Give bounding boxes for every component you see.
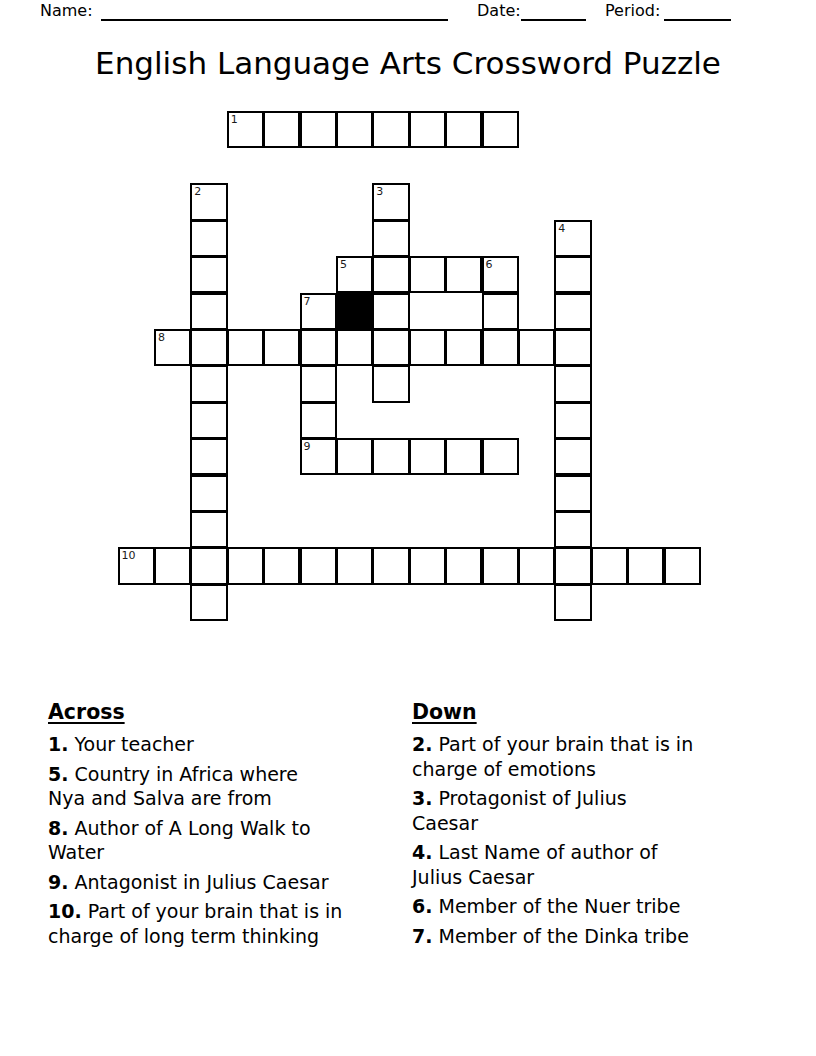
grid-cell-r6c4[interactable]	[263, 329, 300, 366]
grid-cell-r5c5[interactable]: 7	[300, 293, 337, 330]
grid-cell-r9c5[interactable]: 9	[300, 438, 337, 475]
grid-cell-r4c10[interactable]: 6	[482, 256, 519, 293]
grid-cell-r3c2[interactable]	[190, 220, 227, 257]
grid-cell-r9c2[interactable]	[190, 438, 227, 475]
grid-cell-r12c9[interactable]	[445, 547, 482, 584]
worksheet-page: Name: Date: Period: English Language Art…	[0, 0, 816, 1056]
grid-cell-r12c15[interactable]	[664, 547, 701, 584]
across-clue-1: 1. Your teacher	[48, 732, 423, 757]
grid-cell-r4c8[interactable]	[409, 256, 446, 293]
grid-cell-r7c12[interactable]	[554, 365, 591, 402]
grid-cell-r12c4[interactable]	[263, 547, 300, 584]
grid-cell-r12c10[interactable]	[482, 547, 519, 584]
clue-number-label: 1.	[48, 733, 68, 755]
grid-cell-r9c12[interactable]	[554, 438, 591, 475]
grid-cell-r6c11[interactable]	[518, 329, 555, 366]
grid-cell-r2c2[interactable]: 2	[190, 183, 227, 220]
down-clue-2: 2. Part of your brain that is in charge …	[412, 732, 787, 781]
clue-number-label: 2.	[412, 733, 432, 755]
grid-cell-r6c2[interactable]	[190, 329, 227, 366]
grid-cell-r12c12[interactable]	[554, 547, 591, 584]
across-clue-8: 8. Author of A Long Walk to Water	[48, 816, 423, 865]
grid-cell-r6c3[interactable]	[227, 329, 264, 366]
grid-cell-r12c1[interactable]	[154, 547, 191, 584]
clue-number-label: 5.	[48, 763, 68, 785]
clue-number: 10	[122, 549, 136, 562]
grid-cell-r8c12[interactable]	[554, 402, 591, 439]
grid-cell-r0c5[interactable]	[300, 111, 337, 148]
grid-cell-r8c2[interactable]	[190, 402, 227, 439]
grid-cell-r4c6[interactable]: 5	[336, 256, 373, 293]
grid-cell-r12c14[interactable]	[627, 547, 664, 584]
clue-number: 3	[376, 185, 383, 198]
clue-number: 6	[486, 258, 493, 271]
grid-cell-r9c10[interactable]	[482, 438, 519, 475]
grid-cell-r0c3[interactable]: 1	[227, 111, 264, 148]
down-heading: Down	[412, 700, 787, 724]
across-clue-9: 9. Antagonist in Julius Caesar	[48, 870, 423, 895]
grid-cell-r12c3[interactable]	[227, 547, 264, 584]
grid-cell-r12c8[interactable]	[409, 547, 446, 584]
grid-cell-r6c10[interactable]	[482, 329, 519, 366]
clue-number-label: 7.	[412, 925, 432, 947]
grid-cell-r4c2[interactable]	[190, 256, 227, 293]
down-clue-4: 4. Last Name of author of Julius Caesar	[412, 840, 787, 889]
clue-number: 4	[558, 222, 565, 235]
grid-cell-r10c2[interactable]	[190, 475, 227, 512]
clue-number: 5	[340, 258, 347, 271]
grid-cell-r6c8[interactable]	[409, 329, 446, 366]
grid-cell-r11c12[interactable]	[554, 511, 591, 548]
grid-cell-r2c7[interactable]: 3	[372, 183, 409, 220]
grid-cell-r12c0[interactable]: 10	[118, 547, 155, 584]
clue-number: 1	[231, 113, 238, 126]
grid-cell-r6c6[interactable]	[336, 329, 373, 366]
grid-cell-r6c5[interactable]	[300, 329, 337, 366]
grid-cell-r6c1[interactable]: 8	[154, 329, 191, 366]
grid-cell-r6c12[interactable]	[554, 329, 591, 366]
grid-cell-r4c9[interactable]	[445, 256, 482, 293]
grid-cell-r9c6[interactable]	[336, 438, 373, 475]
grid-cell-r12c6[interactable]	[336, 547, 373, 584]
clue-number-label: 8.	[48, 817, 68, 839]
clue-number: 2	[194, 185, 201, 198]
grid-cell-r11c2[interactable]	[190, 511, 227, 548]
grid-cell-r0c7[interactable]	[372, 111, 409, 148]
grid-cell-r10c12[interactable]	[554, 475, 591, 512]
grid-cell-r5c10[interactable]	[482, 293, 519, 330]
across-clues-section: Across 1. Your teacher5. Country in Afri…	[48, 700, 423, 953]
grid-cell-r8c5[interactable]	[300, 402, 337, 439]
clue-number: 9	[304, 440, 311, 453]
clue-number-label: 4.	[412, 841, 432, 863]
grid-cell-r0c9[interactable]	[445, 111, 482, 148]
grid-cell-r3c7[interactable]	[372, 220, 409, 257]
grid-cell-r0c8[interactable]	[409, 111, 446, 148]
clue-number-label: 10.	[48, 900, 82, 922]
grid-cell-r4c7[interactable]	[372, 256, 409, 293]
across-heading: Across	[48, 700, 423, 724]
grid-cell-r5c7[interactable]	[372, 293, 409, 330]
grid-cell-r12c2[interactable]	[190, 547, 227, 584]
grid-cell-r9c9[interactable]	[445, 438, 482, 475]
clue-number-label: 6.	[412, 895, 432, 917]
grid-cell-r0c6[interactable]	[336, 111, 373, 148]
grid-cell-r7c5[interactable]	[300, 365, 337, 402]
grid-cell-r9c7[interactable]	[372, 438, 409, 475]
grid-cell-r13c12[interactable]	[554, 584, 591, 621]
down-clues-section: Down 2. Part of your brain that is in ch…	[412, 700, 787, 953]
grid-cell-r5c2[interactable]	[190, 293, 227, 330]
clue-number: 7	[304, 295, 311, 308]
grid-cell-r7c7[interactable]	[372, 365, 409, 402]
clue-number-label: 9.	[48, 871, 68, 893]
grid-cell-r0c10[interactable]	[482, 111, 519, 148]
grid-cell-r6c7[interactable]	[372, 329, 409, 366]
down-clue-3: 3. Protagonist of Julius Caesar	[412, 786, 787, 835]
grid-cell-r9c8[interactable]	[409, 438, 446, 475]
black-cell	[336, 293, 373, 330]
grid-cell-r3c12[interactable]: 4	[554, 220, 591, 257]
grid-cell-r4c12[interactable]	[554, 256, 591, 293]
grid-cell-r12c7[interactable]	[372, 547, 409, 584]
across-clue-10: 10. Part of your brain that is in charge…	[48, 899, 423, 948]
grid-cell-r7c2[interactable]	[190, 365, 227, 402]
grid-cell-r0c4[interactable]	[263, 111, 300, 148]
crossword-board: 12345678910	[0, 0, 816, 650]
clue-number: 8	[158, 331, 165, 344]
down-clue-7: 7. Member of the Dinka tribe	[412, 924, 787, 949]
grid-cell-r6c9[interactable]	[445, 329, 482, 366]
grid-cell-r12c11[interactable]	[518, 547, 555, 584]
down-clue-6: 6. Member of the Nuer tribe	[412, 894, 787, 919]
clue-number-label: 3.	[412, 787, 432, 809]
grid-cell-r13c2[interactable]	[190, 584, 227, 621]
grid-cell-r12c5[interactable]	[300, 547, 337, 584]
grid-cell-r5c12[interactable]	[554, 293, 591, 330]
grid-cell-r12c13[interactable]	[591, 547, 628, 584]
across-clue-5: 5. Country in Africa where Nya and Salva…	[48, 762, 423, 811]
